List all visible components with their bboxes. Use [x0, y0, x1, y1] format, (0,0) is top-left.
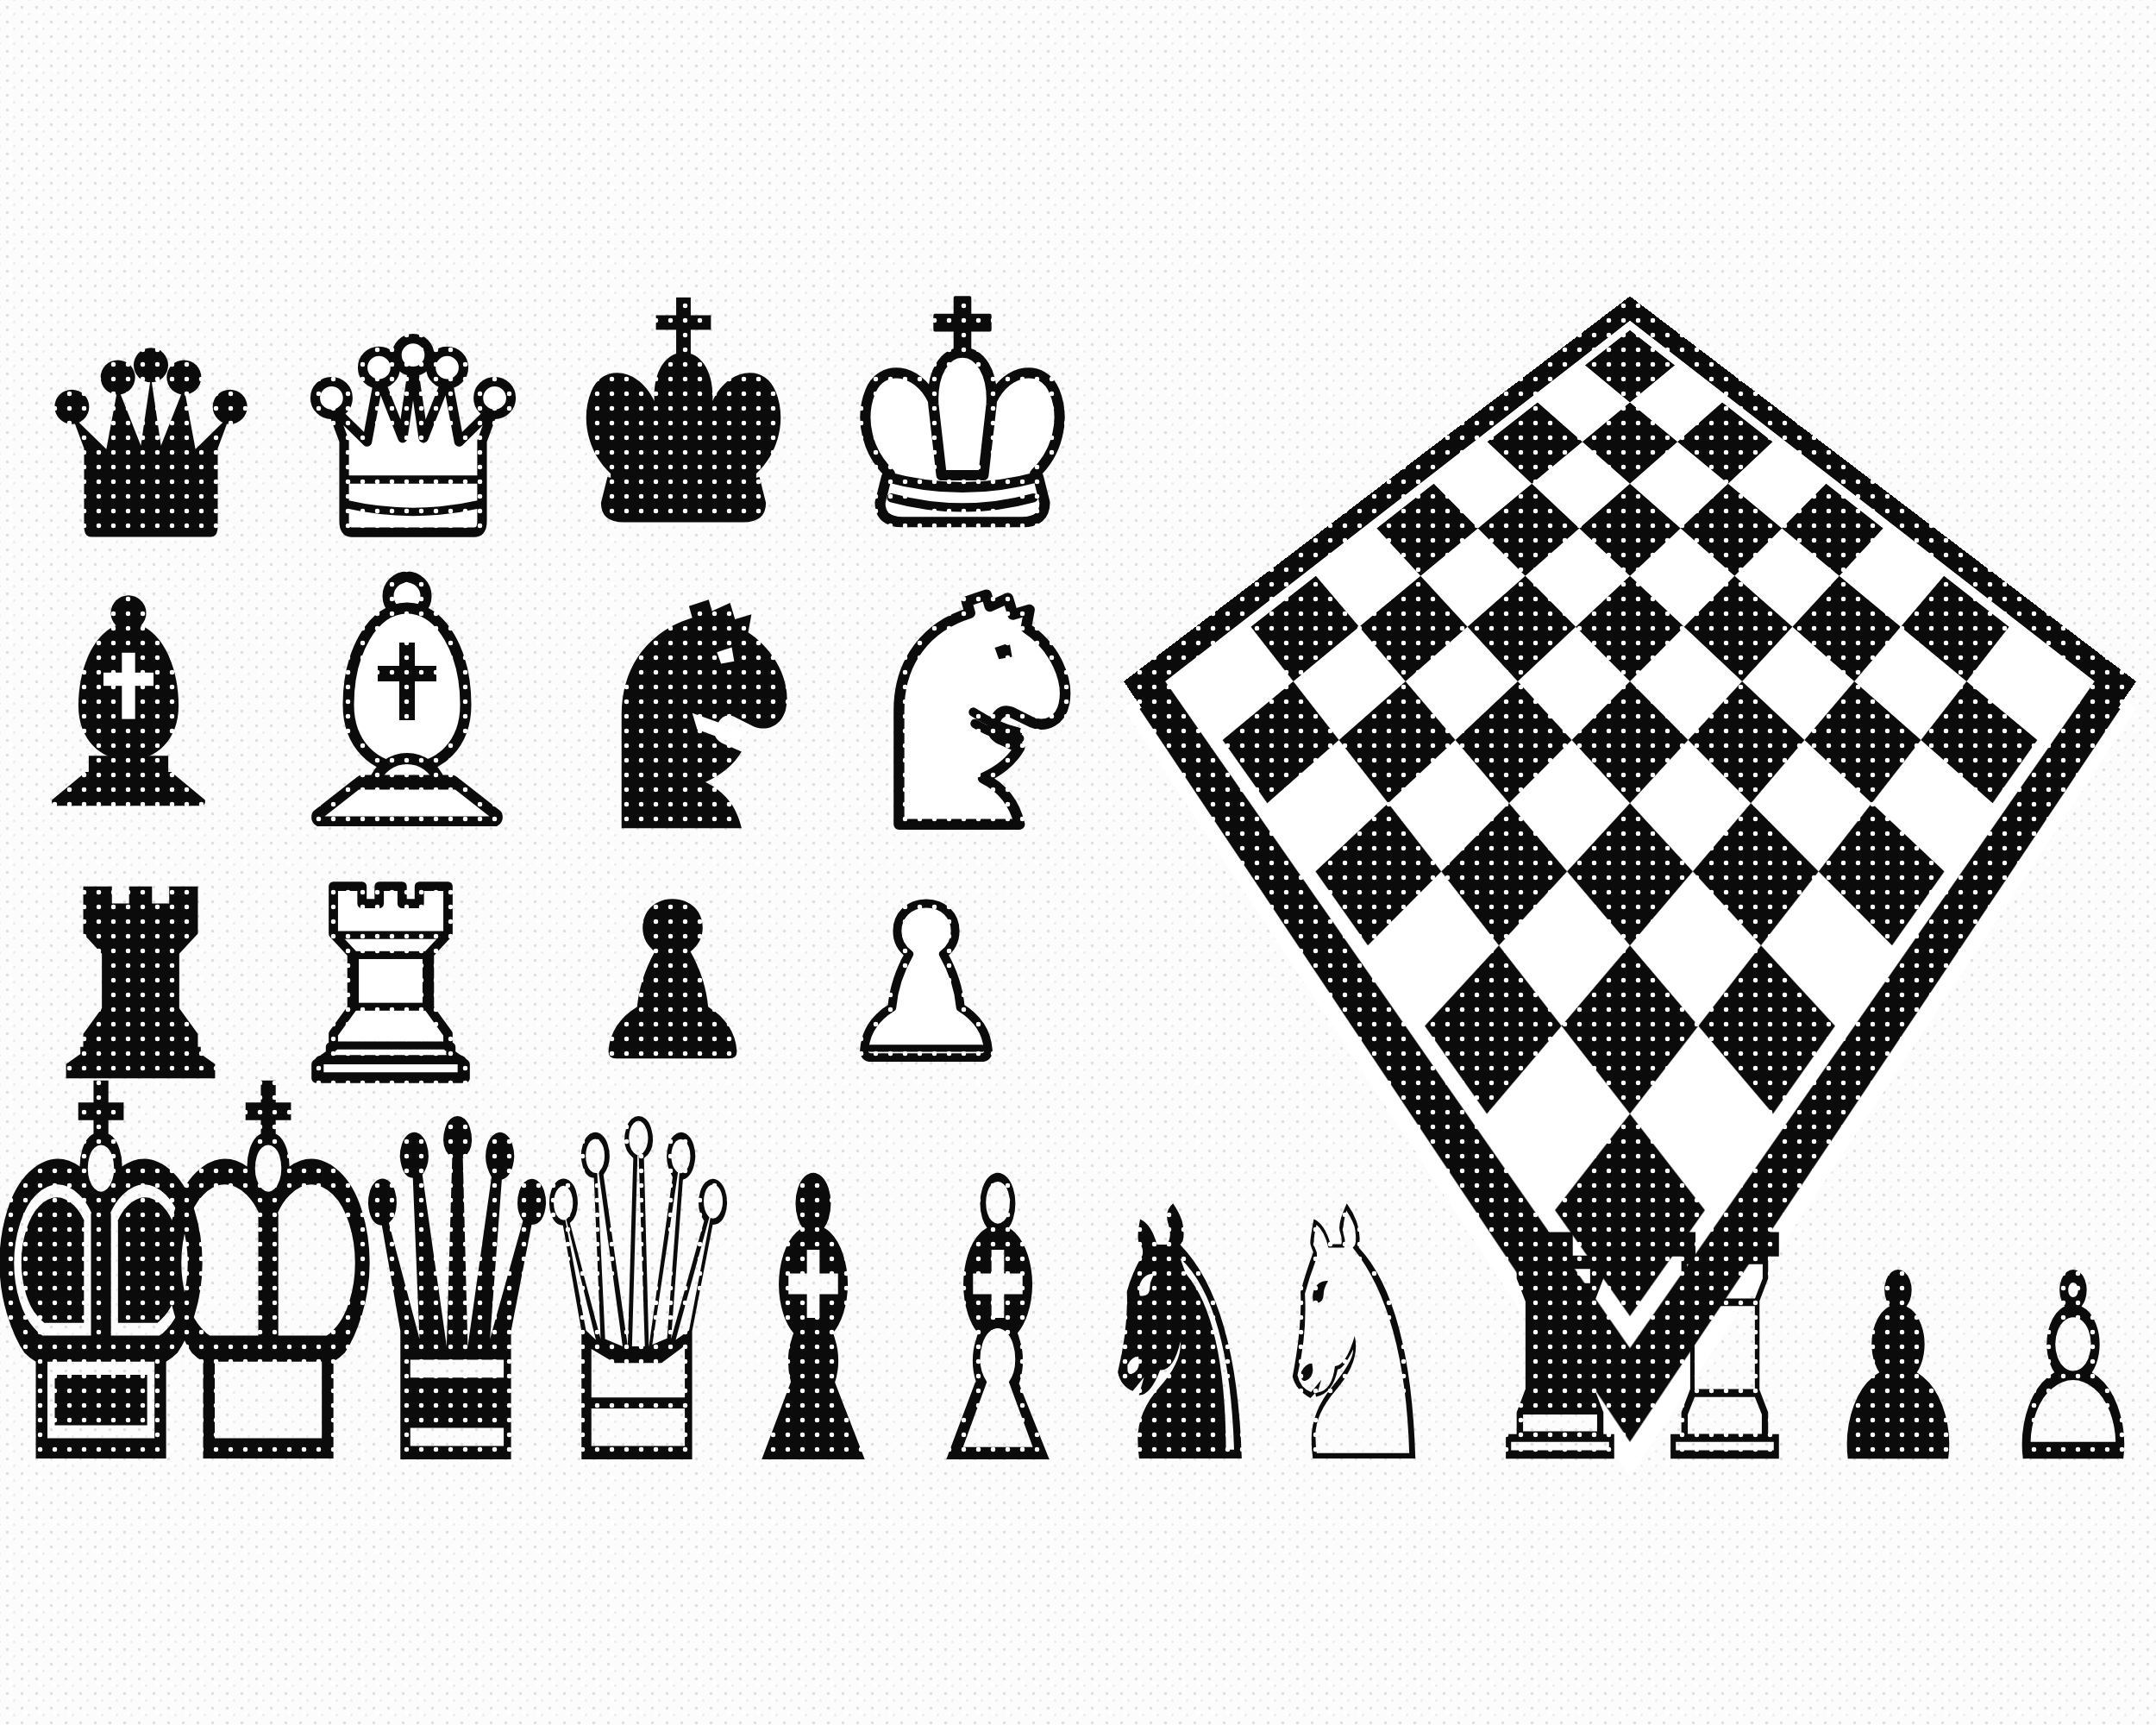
bishop-filled-icon: [33, 568, 224, 826]
chessboard: [1112, 392, 2147, 979]
white-pawn-piece: ♙: [1996, 1240, 2150, 1499]
queen-crown-outline-icon: [298, 321, 529, 543]
knight-filled-icon: [571, 585, 804, 831]
king-crown-outline-icon: [849, 283, 1075, 542]
black-pawn-piece: ♟: [1821, 1240, 1975, 1499]
white-knight-piece: ♘: [1257, 1164, 1451, 1513]
black-knight-piece: ♞: [1082, 1164, 1276, 1513]
pawn-outline-icon: [854, 884, 999, 1076]
white-rook-piece: ♖: [1639, 1196, 1811, 1507]
king-crown-filled-icon: [565, 283, 802, 542]
chess-clipart-sheet: ♚ ♔ ♛ ♕ ♝ ♗ ♞ ♘ ♜ ♖ ♟ ♙: [0, 0, 2156, 1725]
black-rook-piece: ♜: [1474, 1196, 1646, 1507]
white-bishop-piece: ♗: [899, 1127, 1096, 1520]
knight-outline-icon: [849, 576, 1081, 831]
queen-crown-filled-icon: [34, 332, 267, 548]
black-bishop-piece: ♝: [715, 1127, 912, 1520]
bishop-outline-icon: [295, 562, 519, 826]
